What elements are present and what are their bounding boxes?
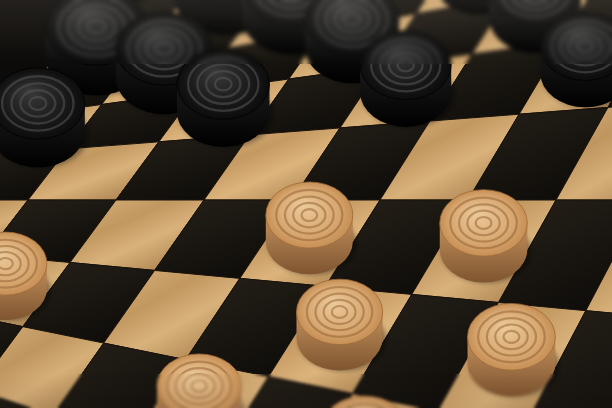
piece-top (468, 303, 556, 370)
piece-black-r3c0[interactable] (0, 68, 89, 168)
piece-top (297, 279, 383, 344)
piece-black-r3c4[interactable] (360, 30, 455, 127)
piece-top (360, 30, 451, 99)
piece-top (266, 182, 353, 248)
piece-light-r6c7[interactable] (468, 303, 560, 396)
piece-top (177, 49, 270, 119)
piece-black-r3c6[interactable] (540, 12, 612, 107)
board-svg (0, 0, 612, 408)
piece-light-r5c6[interactable] (440, 190, 531, 283)
piece-black-r3c2[interactable] (177, 49, 273, 147)
checkers-board-photo (0, 0, 612, 408)
piece-light-r6c5[interactable] (297, 279, 387, 371)
piece-top (440, 190, 528, 257)
piece-light-r5c4[interactable] (266, 182, 357, 275)
